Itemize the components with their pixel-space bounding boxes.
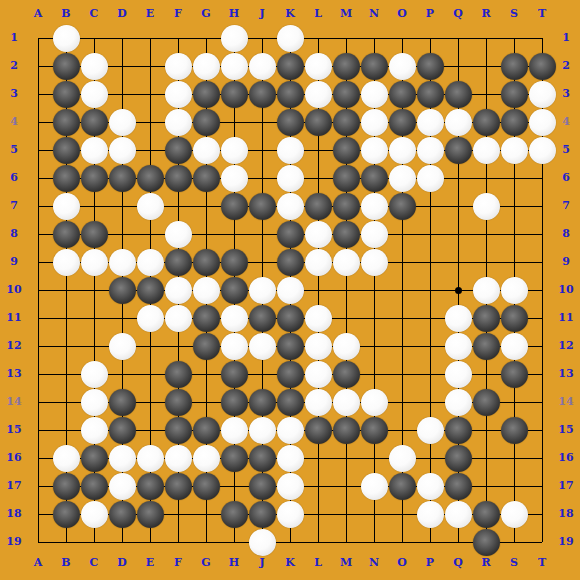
black-stone (305, 417, 332, 444)
coord-label-top-H: H (223, 7, 245, 21)
black-stone (165, 361, 192, 388)
white-stone (277, 445, 304, 472)
coord-label-top-N: N (363, 7, 385, 21)
white-stone (361, 473, 388, 500)
black-stone (417, 53, 444, 80)
white-stone (53, 193, 80, 220)
white-stone (165, 305, 192, 332)
white-stone (221, 25, 248, 52)
coord-label-left-5: 5 (3, 143, 25, 157)
black-stone (529, 53, 556, 80)
coord-label-left-10: 10 (3, 283, 25, 297)
white-stone (221, 417, 248, 444)
coord-label-left-14: 14 (3, 395, 25, 409)
black-stone (445, 417, 472, 444)
coord-label-bottom-E: E (139, 556, 161, 570)
coord-label-right-6: 6 (555, 171, 577, 185)
coord-label-right-10: 10 (555, 283, 577, 297)
white-stone (529, 137, 556, 164)
black-stone (53, 137, 80, 164)
white-stone (389, 445, 416, 472)
coord-label-bottom-Q: Q (447, 556, 469, 570)
white-stone (333, 249, 360, 276)
white-stone (53, 445, 80, 472)
black-stone (501, 53, 528, 80)
white-stone (305, 81, 332, 108)
black-stone (361, 417, 388, 444)
coord-label-left-7: 7 (3, 199, 25, 213)
coord-label-top-O: O (391, 7, 413, 21)
white-stone (473, 137, 500, 164)
coord-label-top-J: J (251, 7, 273, 21)
black-stone (333, 137, 360, 164)
white-stone (529, 109, 556, 136)
white-stone (165, 109, 192, 136)
coord-label-left-9: 9 (3, 255, 25, 269)
coord-label-top-K: K (279, 7, 301, 21)
white-stone (305, 53, 332, 80)
white-stone (81, 417, 108, 444)
black-stone (473, 109, 500, 136)
black-stone (277, 333, 304, 360)
coord-label-top-L: L (307, 7, 329, 21)
white-stone (109, 109, 136, 136)
white-stone (501, 501, 528, 528)
coord-label-bottom-M: M (335, 556, 357, 570)
white-stone (305, 249, 332, 276)
coord-label-top-Q: Q (447, 7, 469, 21)
white-stone (305, 305, 332, 332)
black-stone (473, 501, 500, 528)
white-stone (417, 137, 444, 164)
black-stone (501, 109, 528, 136)
black-stone (221, 389, 248, 416)
coord-label-right-15: 15 (555, 423, 577, 437)
black-stone (333, 193, 360, 220)
white-stone (361, 193, 388, 220)
white-stone (165, 221, 192, 248)
black-stone (165, 249, 192, 276)
black-stone (389, 473, 416, 500)
coord-label-left-8: 8 (3, 227, 25, 241)
white-stone (445, 333, 472, 360)
black-stone (81, 109, 108, 136)
coord-label-left-19: 19 (3, 535, 25, 549)
white-stone (501, 333, 528, 360)
black-stone (473, 333, 500, 360)
black-stone (165, 473, 192, 500)
white-stone (361, 389, 388, 416)
black-stone (501, 361, 528, 388)
coord-label-right-4: 4 (555, 115, 577, 129)
black-stone (109, 417, 136, 444)
black-stone (53, 109, 80, 136)
black-stone (417, 81, 444, 108)
coord-label-bottom-B: B (55, 556, 77, 570)
coord-label-right-16: 16 (555, 451, 577, 465)
white-stone (417, 165, 444, 192)
go-board[interactable]: AABBCCDDEEFFGGHHJJKKLLMMNNOOPPQQRRSSTT11… (0, 0, 580, 580)
black-stone (473, 305, 500, 332)
coord-label-left-18: 18 (3, 507, 25, 521)
black-stone (305, 193, 332, 220)
black-stone (137, 165, 164, 192)
coord-label-right-5: 5 (555, 143, 577, 157)
coord-label-bottom-F: F (167, 556, 189, 570)
black-stone (221, 249, 248, 276)
coord-label-top-E: E (139, 7, 161, 21)
black-stone (221, 445, 248, 472)
white-stone (277, 193, 304, 220)
white-stone (445, 501, 472, 528)
black-stone (193, 333, 220, 360)
black-stone (501, 305, 528, 332)
black-stone (501, 417, 528, 444)
white-stone (305, 333, 332, 360)
white-stone (193, 53, 220, 80)
black-stone (249, 473, 276, 500)
white-stone (501, 277, 528, 304)
black-stone (445, 445, 472, 472)
white-stone (473, 193, 500, 220)
black-stone (277, 221, 304, 248)
coord-label-right-14: 14 (555, 395, 577, 409)
white-stone (249, 53, 276, 80)
coord-label-bottom-G: G (195, 556, 217, 570)
black-stone (109, 165, 136, 192)
black-stone (81, 445, 108, 472)
coord-label-left-6: 6 (3, 171, 25, 185)
white-stone (165, 445, 192, 472)
coord-label-bottom-P: P (419, 556, 441, 570)
coord-label-bottom-O: O (391, 556, 413, 570)
coord-label-bottom-T: T (531, 556, 553, 570)
coord-label-top-S: S (503, 7, 525, 21)
white-stone (137, 305, 164, 332)
black-stone (165, 389, 192, 416)
black-stone (277, 361, 304, 388)
coord-label-bottom-L: L (307, 556, 329, 570)
black-stone (445, 473, 472, 500)
white-stone (109, 249, 136, 276)
white-stone (165, 53, 192, 80)
black-stone (193, 165, 220, 192)
black-stone (81, 165, 108, 192)
white-stone (473, 277, 500, 304)
coord-label-right-17: 17 (555, 479, 577, 493)
white-stone (277, 277, 304, 304)
black-stone (221, 361, 248, 388)
white-stone (277, 473, 304, 500)
white-stone (193, 445, 220, 472)
white-stone (249, 417, 276, 444)
white-stone (81, 249, 108, 276)
black-stone (445, 137, 472, 164)
white-stone (137, 249, 164, 276)
black-stone (81, 221, 108, 248)
black-stone (333, 361, 360, 388)
white-stone (221, 137, 248, 164)
white-stone (165, 81, 192, 108)
white-stone (361, 81, 388, 108)
coord-label-right-2: 2 (555, 59, 577, 73)
coord-label-top-A: A (27, 7, 49, 21)
white-stone (81, 361, 108, 388)
coord-label-bottom-H: H (223, 556, 245, 570)
coord-label-top-P: P (419, 7, 441, 21)
coord-label-top-T: T (531, 7, 553, 21)
white-stone (389, 165, 416, 192)
white-stone (81, 81, 108, 108)
coord-label-right-13: 13 (555, 367, 577, 381)
white-stone (417, 417, 444, 444)
black-stone (165, 165, 192, 192)
white-stone (529, 81, 556, 108)
grid-line-horizontal (38, 542, 542, 543)
black-stone (109, 277, 136, 304)
black-stone (277, 81, 304, 108)
coord-label-left-3: 3 (3, 87, 25, 101)
black-stone (333, 221, 360, 248)
black-stone (473, 529, 500, 556)
white-stone (81, 501, 108, 528)
coord-label-top-C: C (83, 7, 105, 21)
white-stone (277, 137, 304, 164)
coord-label-top-B: B (55, 7, 77, 21)
white-stone (137, 193, 164, 220)
black-stone (277, 389, 304, 416)
white-stone (361, 109, 388, 136)
black-stone (277, 53, 304, 80)
black-stone (389, 109, 416, 136)
star-point-Q10 (455, 287, 462, 294)
white-stone (445, 109, 472, 136)
white-stone (165, 277, 192, 304)
coord-label-top-F: F (167, 7, 189, 21)
black-stone (277, 305, 304, 332)
black-stone (53, 165, 80, 192)
white-stone (277, 501, 304, 528)
white-stone (53, 25, 80, 52)
white-stone (81, 137, 108, 164)
coord-label-left-11: 11 (3, 311, 25, 325)
coord-label-left-13: 13 (3, 367, 25, 381)
white-stone (361, 221, 388, 248)
coord-label-bottom-R: R (475, 556, 497, 570)
black-stone (109, 389, 136, 416)
white-stone (221, 333, 248, 360)
white-stone (221, 165, 248, 192)
coord-label-bottom-N: N (363, 556, 385, 570)
black-stone (333, 165, 360, 192)
coord-label-bottom-J: J (251, 556, 273, 570)
black-stone (193, 473, 220, 500)
coord-label-bottom-K: K (279, 556, 301, 570)
coord-label-bottom-A: A (27, 556, 49, 570)
white-stone (333, 389, 360, 416)
white-stone (361, 137, 388, 164)
black-stone (221, 277, 248, 304)
black-stone (501, 81, 528, 108)
coord-label-top-M: M (335, 7, 357, 21)
white-stone (137, 445, 164, 472)
coord-label-left-17: 17 (3, 479, 25, 493)
black-stone (221, 81, 248, 108)
black-stone (249, 389, 276, 416)
coord-label-left-16: 16 (3, 451, 25, 465)
black-stone (333, 53, 360, 80)
black-stone (389, 81, 416, 108)
black-stone (193, 305, 220, 332)
coord-label-top-D: D (111, 7, 133, 21)
white-stone (249, 333, 276, 360)
coord-label-left-12: 12 (3, 339, 25, 353)
black-stone (137, 473, 164, 500)
black-stone (81, 473, 108, 500)
coord-label-left-1: 1 (3, 31, 25, 45)
white-stone (109, 445, 136, 472)
white-stone (277, 417, 304, 444)
black-stone (277, 109, 304, 136)
coord-label-top-G: G (195, 7, 217, 21)
black-stone (53, 501, 80, 528)
white-stone (333, 333, 360, 360)
black-stone (53, 473, 80, 500)
black-stone (221, 193, 248, 220)
coord-label-top-R: R (475, 7, 497, 21)
black-stone (249, 193, 276, 220)
white-stone (277, 25, 304, 52)
coord-label-right-3: 3 (555, 87, 577, 101)
white-stone (305, 221, 332, 248)
coord-label-bottom-D: D (111, 556, 133, 570)
black-stone (165, 137, 192, 164)
white-stone (53, 249, 80, 276)
coord-label-left-2: 2 (3, 59, 25, 73)
coord-label-right-19: 19 (555, 535, 577, 549)
black-stone (445, 81, 472, 108)
white-stone (305, 389, 332, 416)
black-stone (193, 249, 220, 276)
coord-label-right-18: 18 (555, 507, 577, 521)
white-stone (445, 305, 472, 332)
black-stone (53, 81, 80, 108)
white-stone (417, 473, 444, 500)
coord-label-right-9: 9 (555, 255, 577, 269)
black-stone (193, 109, 220, 136)
white-stone (305, 361, 332, 388)
coord-label-right-12: 12 (555, 339, 577, 353)
coord-label-right-1: 1 (555, 31, 577, 45)
coord-label-left-4: 4 (3, 115, 25, 129)
black-stone (389, 193, 416, 220)
white-stone (501, 137, 528, 164)
black-stone (361, 53, 388, 80)
black-stone (333, 109, 360, 136)
white-stone (193, 137, 220, 164)
white-stone (417, 109, 444, 136)
black-stone (473, 389, 500, 416)
coord-label-bottom-C: C (83, 556, 105, 570)
black-stone (249, 81, 276, 108)
black-stone (109, 501, 136, 528)
white-stone (109, 473, 136, 500)
black-stone (221, 501, 248, 528)
black-stone (333, 417, 360, 444)
white-stone (249, 277, 276, 304)
black-stone (361, 165, 388, 192)
white-stone (109, 137, 136, 164)
black-stone (249, 445, 276, 472)
coord-label-right-8: 8 (555, 227, 577, 241)
black-stone (53, 221, 80, 248)
white-stone (221, 53, 248, 80)
white-stone (445, 361, 472, 388)
white-stone (361, 249, 388, 276)
black-stone (333, 81, 360, 108)
coord-label-bottom-S: S (503, 556, 525, 570)
white-stone (389, 53, 416, 80)
black-stone (249, 501, 276, 528)
black-stone (53, 53, 80, 80)
black-stone (193, 417, 220, 444)
white-stone (249, 529, 276, 556)
black-stone (137, 501, 164, 528)
coord-label-right-11: 11 (555, 311, 577, 325)
white-stone (81, 53, 108, 80)
white-stone (109, 333, 136, 360)
black-stone (165, 417, 192, 444)
white-stone (389, 137, 416, 164)
coord-label-right-7: 7 (555, 199, 577, 213)
white-stone (193, 277, 220, 304)
white-stone (445, 389, 472, 416)
black-stone (305, 109, 332, 136)
white-stone (277, 165, 304, 192)
black-stone (277, 249, 304, 276)
white-stone (221, 305, 248, 332)
black-stone (193, 81, 220, 108)
white-stone (81, 389, 108, 416)
black-stone (137, 277, 164, 304)
white-stone (417, 501, 444, 528)
coord-label-left-15: 15 (3, 423, 25, 437)
black-stone (249, 305, 276, 332)
